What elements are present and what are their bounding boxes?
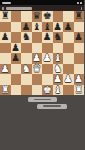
square-c8[interactable] [21,11,32,22]
piece-white-pawn-e4[interactable]: ♟ [43,53,52,64]
wifi-icon [77,2,79,4]
square-d2[interactable] [32,74,43,85]
square-d8[interactable]: ♛ [32,11,43,22]
square-e7[interactable]: ♝ [42,22,53,33]
piece-black-pawn-b4[interactable]: ♟ [11,53,20,64]
square-g4[interactable] [63,53,74,64]
piece-black-king-e8[interactable]: ♚ [43,11,52,22]
square-c4[interactable] [21,53,32,64]
square-g8[interactable] [63,11,74,22]
chess-board[interactable]: ♜♛♚♜♟♝♝♟♟♟♞♟♞♟♟♟♟♟♝♟♞♛♞♟♟♟♜♚♝♜ [0,11,84,95]
square-d1[interactable] [32,85,43,96]
square-c2[interactable] [21,74,32,85]
piece-white-knight-c3[interactable]: ♞ [22,64,31,75]
square-h8[interactable]: ♜ [74,11,85,22]
square-e2[interactable] [42,74,53,85]
overflow-menu-icon[interactable] [81,7,83,11]
square-h1[interactable]: ♜ [74,85,85,96]
square-g6[interactable] [63,32,74,43]
square-g3[interactable] [63,64,74,75]
square-e3[interactable] [42,64,53,75]
square-h6[interactable]: ♟ [74,32,85,43]
square-d3[interactable]: ♛ [32,64,43,75]
piece-white-queen-d3[interactable]: ♛ [32,64,41,75]
piece-black-rook-h8[interactable]: ♜ [74,11,83,22]
piece-black-queen-d8[interactable]: ♛ [32,11,41,22]
square-g2[interactable]: ♟ [63,74,74,85]
square-f3[interactable]: ♞ [53,64,64,75]
status-clock-text [2,2,11,4]
square-f7[interactable]: ♟ [53,22,64,33]
square-f1[interactable]: ♝ [53,85,64,96]
square-h5[interactable] [74,43,85,54]
square-h3[interactable] [74,64,85,75]
piece-white-bishop-f1[interactable]: ♝ [53,85,62,96]
square-g7[interactable]: ♟ [63,22,74,33]
square-d5[interactable] [32,43,43,54]
piece-white-king-e1[interactable]: ♚ [43,85,52,96]
square-f5[interactable] [53,43,64,54]
square-h7[interactable] [74,22,85,33]
piece-black-pawn-b5[interactable]: ♟ [11,43,20,54]
square-c6[interactable]: ♞ [21,32,32,43]
square-h2[interactable]: ♟ [74,74,85,85]
square-f6[interactable]: ♞ [53,32,64,43]
piece-white-pawn-h2[interactable]: ♟ [74,74,83,85]
app-title-text [6,7,32,10]
square-e5[interactable] [42,43,53,54]
piece-white-bishop-f4[interactable]: ♝ [53,53,62,64]
square-b4[interactable]: ♟ [11,53,22,64]
square-e1[interactable]: ♚ [42,85,53,96]
square-b2[interactable] [11,74,22,85]
piece-white-knight-f3[interactable]: ♞ [53,64,62,75]
piece-white-pawn-f2[interactable]: ♟ [53,74,62,85]
square-d6[interactable] [32,32,43,43]
piece-black-rook-a8[interactable]: ♜ [1,11,10,22]
bottom-panel [0,95,84,150]
square-d7[interactable]: ♝ [32,22,43,33]
square-c7[interactable]: ♟ [21,22,32,33]
square-b1[interactable] [11,85,22,96]
square-a4[interactable] [0,53,11,64]
square-e8[interactable]: ♚ [42,11,53,22]
piece-white-pawn-d4[interactable]: ♟ [32,53,41,64]
battery-icon [80,2,82,4]
piece-black-pawn-c7[interactable]: ♟ [22,22,31,33]
square-a3[interactable]: ♟ [0,64,11,75]
square-a6[interactable]: ♟ [0,32,11,43]
panel-button-bottom[interactable] [37,104,67,109]
square-b3[interactable] [11,64,22,75]
square-b6[interactable] [11,32,22,43]
app-screen: ♜♛♚♜♟♝♝♟♟♟♞♟♞♟♟♟♟♟♝♟♞♛♞♟♟♟♜♚♝♜ [0,0,84,150]
piece-black-pawn-a6[interactable]: ♟ [1,32,10,43]
square-a7[interactable] [0,22,11,33]
status-icons [77,2,82,4]
piece-black-knight-f6[interactable]: ♞ [53,32,62,43]
piece-white-pawn-a3[interactable]: ♟ [1,64,10,75]
square-d4[interactable]: ♟ [32,53,43,64]
square-b7[interactable] [11,22,22,33]
square-b8[interactable] [11,11,22,22]
piece-black-knight-c6[interactable]: ♞ [22,32,31,43]
square-e6[interactable]: ♟ [42,32,53,43]
piece-white-pawn-g2[interactable]: ♟ [64,74,73,85]
square-c5[interactable] [21,43,32,54]
square-b5[interactable]: ♟ [11,43,22,54]
square-a2[interactable] [0,74,11,85]
square-g1[interactable] [63,85,74,96]
piece-white-rook-a1[interactable]: ♜ [1,85,10,96]
square-g5[interactable] [63,43,74,54]
piece-black-bishop-d7[interactable]: ♝ [32,22,41,33]
piece-black-pawn-h6[interactable]: ♟ [74,32,83,43]
app-icon [2,7,5,10]
piece-black-bishop-e7[interactable]: ♝ [43,22,52,33]
square-a5[interactable] [0,43,11,54]
square-a1[interactable]: ♜ [0,85,11,96]
square-c3[interactable]: ♞ [21,64,32,75]
piece-white-rook-h1[interactable]: ♜ [74,85,83,96]
square-h4[interactable] [74,53,85,64]
square-e4[interactable]: ♟ [42,53,53,64]
button-label-text [43,105,62,107]
square-f2[interactable]: ♟ [53,74,64,85]
square-f8[interactable] [53,11,64,22]
piece-black-pawn-f7[interactable]: ♟ [53,22,62,33]
piece-black-pawn-g7[interactable]: ♟ [64,22,73,33]
square-a8[interactable]: ♜ [0,11,11,22]
square-f4[interactable]: ♝ [53,53,64,64]
piece-black-pawn-e6[interactable]: ♟ [43,32,52,43]
square-c1[interactable] [21,85,32,96]
button-label-text [34,99,52,101]
panel-button-top[interactable] [28,97,57,102]
